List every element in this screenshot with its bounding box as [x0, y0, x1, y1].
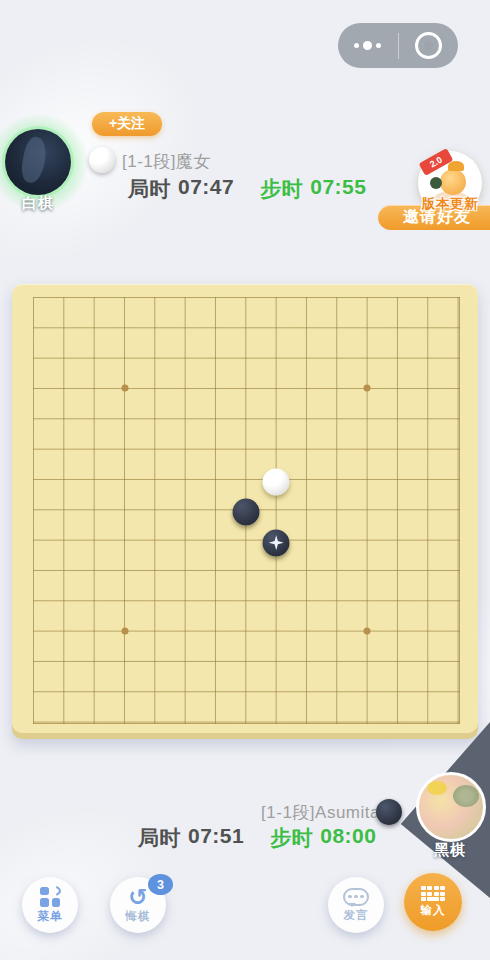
circle-dot-icon [415, 32, 442, 59]
mascot-illustration [440, 169, 466, 195]
undo-arrow-icon: ↺ [128, 887, 147, 907]
white-stone-icon [89, 147, 115, 173]
white-side-label: 白棋 [6, 194, 70, 213]
follow-button[interactable]: +关注 [92, 112, 162, 136]
black-player-avatar[interactable] [416, 772, 486, 842]
white-stone [263, 468, 290, 495]
move-time: 步时 07:55 [260, 175, 366, 203]
black-stone [232, 499, 259, 526]
black-stone-last-move [263, 529, 290, 556]
game-time-value: 07:51 [188, 824, 244, 852]
move-time-label: 步时 [270, 824, 313, 852]
move-time: 步时 08:00 [270, 824, 376, 852]
input-button[interactable]: 输入 [404, 873, 462, 931]
star-point [364, 628, 371, 635]
black-player-timers: 局时 07:51 步时 08:00 [138, 824, 376, 852]
move-time-value: 07:55 [310, 175, 366, 203]
menu-label: 菜单 [38, 909, 63, 924]
game-time: 局时 07:51 [138, 824, 244, 852]
chat-bubble-icon [343, 888, 369, 906]
black-player-name: [1-1段]Asumita [261, 801, 380, 824]
menu-button[interactable]: 菜单 [22, 877, 78, 933]
miniprogram-capsule [338, 23, 458, 68]
close-button[interactable] [399, 32, 459, 59]
undo-count-badge: 3 [148, 874, 173, 895]
undo-label: 悔棋 [126, 909, 151, 924]
ellipsis-icon [363, 41, 372, 50]
star-point [121, 385, 128, 392]
move-time-value: 08:00 [320, 824, 376, 852]
keyboard-icon [421, 886, 446, 901]
star-point [364, 385, 371, 392]
ellipsis-icon [376, 43, 381, 48]
ellipsis-icon [354, 43, 359, 48]
mascot-illustration [430, 177, 442, 189]
version-update-label: 版本更新 [404, 195, 490, 213]
mascot-illustration [448, 161, 464, 171]
game-time-label: 局时 [138, 824, 181, 852]
white-player-avatar[interactable] [5, 129, 71, 195]
black-side-label: 黑棋 [412, 841, 488, 860]
more-button[interactable] [338, 41, 398, 50]
game-time-label: 局时 [128, 175, 171, 203]
star-point [121, 628, 128, 635]
black-stone-icon [376, 799, 402, 825]
speak-button[interactable]: 发言 [328, 877, 384, 933]
white-player-name: [1-1段]魔女 [122, 150, 211, 173]
background-streak [0, 758, 215, 960]
input-label: 输入 [421, 903, 446, 918]
last-move-marker-icon [269, 535, 284, 550]
game-time: 局时 07:47 [128, 175, 234, 203]
game-time-value: 07:47 [178, 175, 234, 203]
white-player-timers: 局时 07:47 步时 07:55 [128, 175, 366, 203]
menu-grid-icon [40, 887, 60, 907]
move-time-label: 步时 [260, 175, 303, 203]
game-screen: 白棋 +关注 [1-1段]魔女 局时 07:47 步时 07:55 2.0 版本… [0, 0, 490, 960]
